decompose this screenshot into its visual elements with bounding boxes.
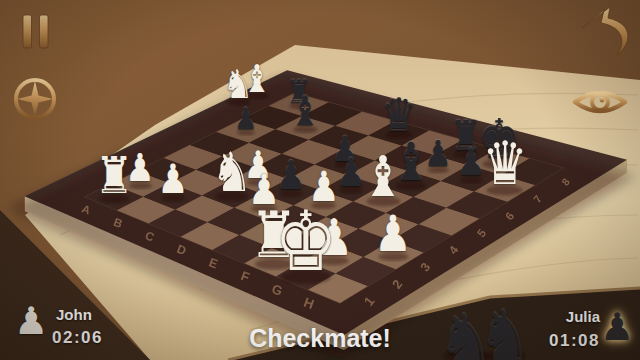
chess-app-screen: { "game": "chess", "status": { "message"… <box>0 0 640 360</box>
status-message: Checkmate! <box>0 324 640 353</box>
white-player-name: John <box>56 306 92 323</box>
scene-canvas: ABCDEFGH12345678 <box>0 0 640 360</box>
compass-button[interactable] <box>16 80 54 118</box>
black-player-name: Julia <box>566 308 600 325</box>
